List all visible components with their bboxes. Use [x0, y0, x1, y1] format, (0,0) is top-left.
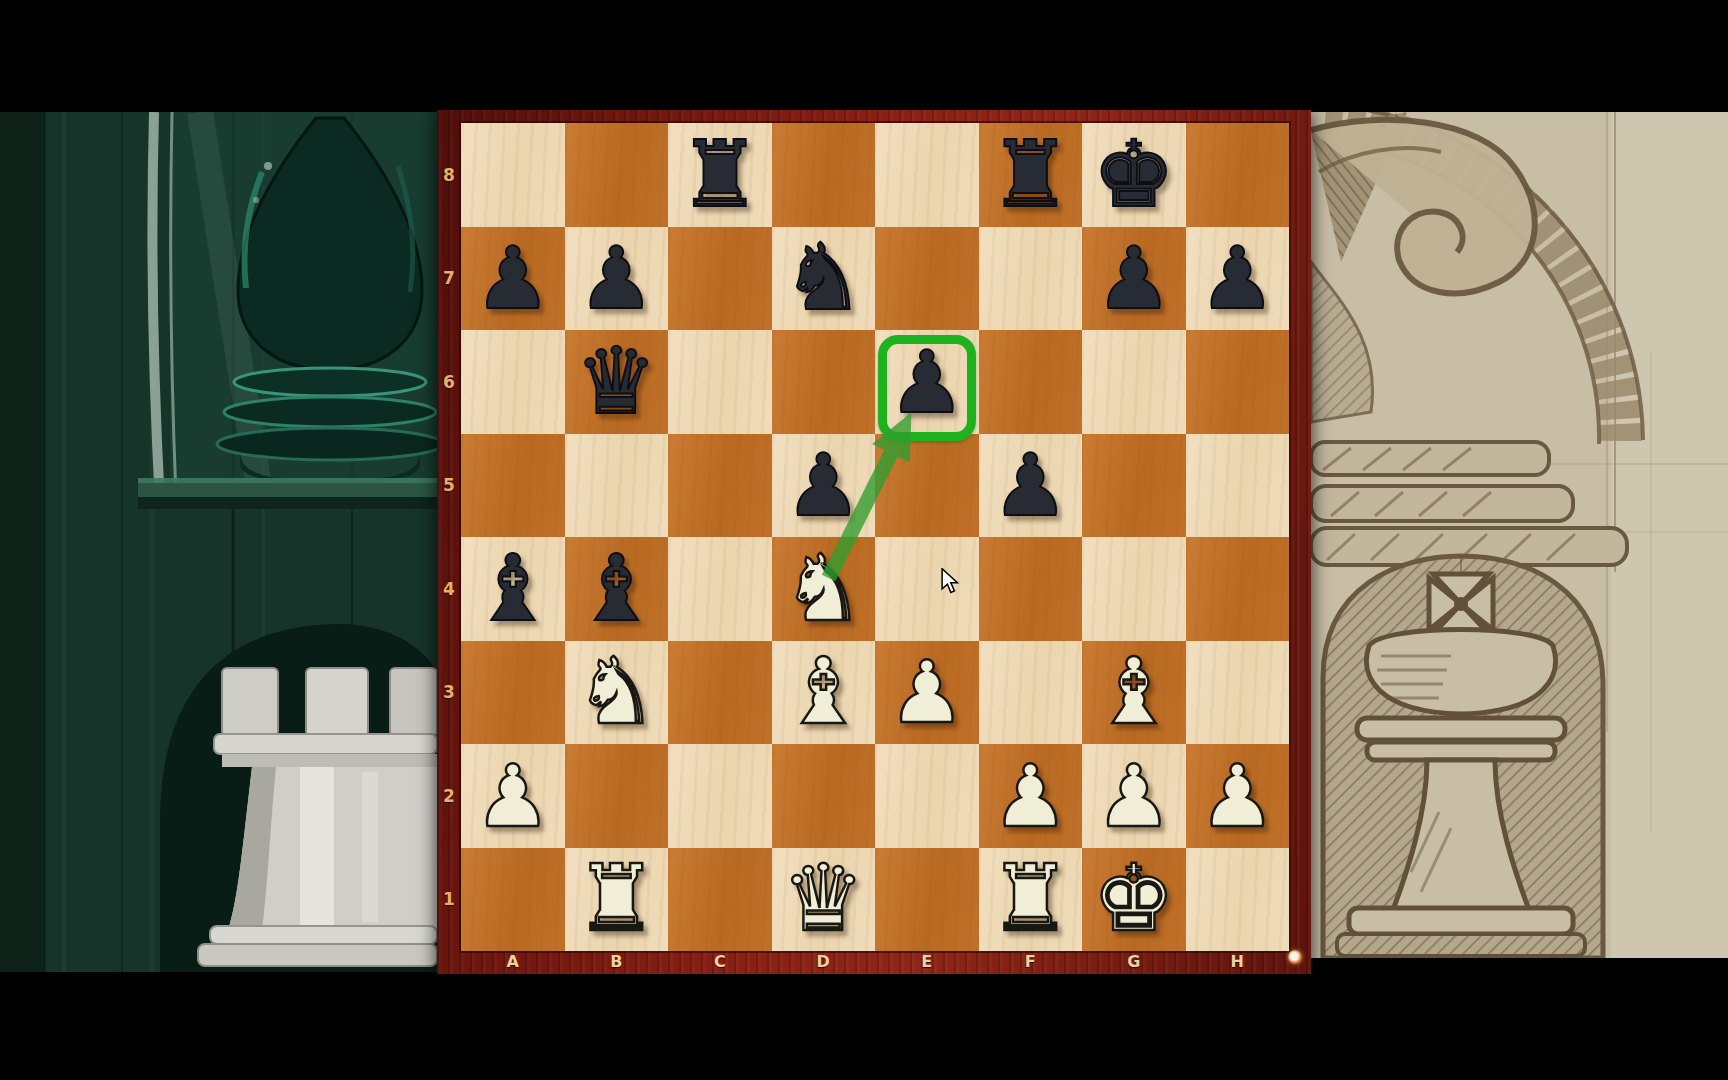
square-a1[interactable] — [461, 848, 565, 952]
white-pawn-f2[interactable]: ♟ — [979, 744, 1083, 848]
black-knight-d7[interactable]: ♞ — [772, 227, 876, 331]
square-e1[interactable] — [875, 848, 979, 952]
file-label-g: G — [1082, 952, 1186, 974]
black-pawn-g7[interactable]: ♟ — [1082, 227, 1186, 331]
left-background-art — [0, 112, 437, 972]
square-c8[interactable]: ♜ — [668, 123, 772, 227]
white-pawn-a2[interactable]: ♟ — [461, 744, 565, 848]
square-b4[interactable]: ♝ — [565, 537, 669, 641]
square-g8[interactable]: ♚ — [1082, 123, 1186, 227]
square-f3[interactable] — [979, 641, 1083, 745]
square-e7[interactable] — [875, 227, 979, 331]
squares-grid: ♜♜♚♟♟♞♟♟♛♟♟♟♝♝♞♞♝♟♝♟♟♟♟♜♛♜♚ — [461, 123, 1289, 951]
square-d7[interactable]: ♞ — [772, 227, 876, 331]
square-a6[interactable] — [461, 330, 565, 434]
rank-label-5: 5 — [437, 475, 461, 495]
square-c3[interactable] — [668, 641, 772, 745]
square-b1[interactable]: ♜ — [565, 848, 669, 952]
square-g2[interactable]: ♟ — [1082, 744, 1186, 848]
file-label-f: F — [979, 952, 1083, 974]
white-rook-f1[interactable]: ♜ — [979, 848, 1083, 952]
square-b5[interactable] — [565, 434, 669, 538]
square-h8[interactable] — [1186, 123, 1290, 227]
file-label-d: D — [772, 952, 876, 974]
square-g5[interactable] — [1082, 434, 1186, 538]
square-d3[interactable]: ♝ — [772, 641, 876, 745]
green-wall-art — [0, 112, 437, 972]
white-king-g1[interactable]: ♚ — [1082, 848, 1186, 952]
white-pawn-h2[interactable]: ♟ — [1186, 744, 1290, 848]
square-a8[interactable] — [461, 123, 565, 227]
file-label-h: H — [1186, 952, 1290, 974]
square-a5[interactable] — [461, 434, 565, 538]
file-label-a: A — [461, 952, 565, 974]
square-h7[interactable]: ♟ — [1186, 227, 1290, 331]
rank-label-4: 4 — [437, 579, 461, 599]
square-d1[interactable]: ♛ — [772, 848, 876, 952]
square-d6[interactable] — [772, 330, 876, 434]
black-rook-f8[interactable]: ♜ — [979, 123, 1083, 227]
black-pawn-a7[interactable]: ♟ — [461, 227, 565, 331]
square-g4[interactable] — [1082, 537, 1186, 641]
square-c7[interactable] — [668, 227, 772, 331]
rank-label-3: 3 — [437, 682, 461, 702]
square-d5[interactable]: ♟ — [772, 434, 876, 538]
square-b2[interactable] — [565, 744, 669, 848]
square-f8[interactable]: ♜ — [979, 123, 1083, 227]
square-c6[interactable] — [668, 330, 772, 434]
square-a3[interactable] — [461, 641, 565, 745]
white-pawn-e3[interactable]: ♟ — [875, 641, 979, 745]
screenshot-stage: ♜♜♚♟♟♞♟♟♛♟♟♟♝♝♞♞♝♟♝♟♟♟♟♜♛♜♚ 87654321 ABC… — [0, 0, 1728, 1080]
square-g3[interactable]: ♝ — [1082, 641, 1186, 745]
rank-label-2: 2 — [437, 786, 461, 806]
square-b3[interactable]: ♞ — [565, 641, 669, 745]
file-label-e: E — [875, 952, 979, 974]
file-label-c: C — [668, 952, 772, 974]
square-e2[interactable] — [875, 744, 979, 848]
rank-label-7: 7 — [437, 268, 461, 288]
white-knight-d4[interactable]: ♞ — [772, 537, 876, 641]
square-e5[interactable] — [875, 434, 979, 538]
black-pawn-h7[interactable]: ♟ — [1186, 227, 1290, 331]
square-c4[interactable] — [668, 537, 772, 641]
right-background-art — [1311, 112, 1728, 958]
black-pawn-e6[interactable]: ♟ — [875, 330, 979, 434]
square-b8[interactable] — [565, 123, 669, 227]
square-f2[interactable]: ♟ — [979, 744, 1083, 848]
black-bishop-a4[interactable]: ♝ — [461, 537, 565, 641]
rank-label-1: 1 — [437, 889, 461, 909]
bishop-sketch — [1323, 556, 1603, 958]
white-pawn-g2[interactable]: ♟ — [1082, 744, 1186, 848]
square-f1[interactable]: ♜ — [979, 848, 1083, 952]
board-corner-dot — [1288, 950, 1302, 964]
square-g1[interactable]: ♚ — [1082, 848, 1186, 952]
black-rook-c8[interactable]: ♜ — [668, 123, 772, 227]
black-king-g8[interactable]: ♚ — [1082, 123, 1186, 227]
square-f7[interactable] — [979, 227, 1083, 331]
square-a7[interactable]: ♟ — [461, 227, 565, 331]
square-g6[interactable] — [1082, 330, 1186, 434]
square-e8[interactable] — [875, 123, 979, 227]
white-rook-b1[interactable]: ♜ — [565, 848, 669, 952]
square-h4[interactable] — [1186, 537, 1290, 641]
square-b6[interactable]: ♛ — [565, 330, 669, 434]
square-c2[interactable] — [668, 744, 772, 848]
square-h5[interactable] — [1186, 434, 1290, 538]
black-pawn-b7[interactable]: ♟ — [565, 227, 669, 331]
file-label-b: B — [565, 952, 669, 974]
square-c5[interactable] — [668, 434, 772, 538]
square-f4[interactable] — [979, 537, 1083, 641]
square-f6[interactable] — [979, 330, 1083, 434]
square-e6[interactable]: ♟ — [875, 330, 979, 434]
square-b7[interactable]: ♟ — [565, 227, 669, 331]
black-pawn-f5[interactable]: ♟ — [979, 434, 1083, 538]
black-pawn-d5[interactable]: ♟ — [772, 434, 876, 538]
square-f5[interactable]: ♟ — [979, 434, 1083, 538]
square-d8[interactable] — [772, 123, 876, 227]
white-bishop-g3[interactable]: ♝ — [1082, 641, 1186, 745]
square-h1[interactable] — [1186, 848, 1290, 952]
square-h3[interactable] — [1186, 641, 1290, 745]
square-e3[interactable]: ♟ — [875, 641, 979, 745]
square-c1[interactable] — [668, 848, 772, 952]
square-d4[interactable]: ♞ — [772, 537, 876, 641]
square-a4[interactable]: ♝ — [461, 537, 565, 641]
rank-label-6: 6 — [437, 372, 461, 392]
square-h2[interactable]: ♟ — [1186, 744, 1290, 848]
square-e4[interactable] — [875, 537, 979, 641]
white-queen-d1[interactable]: ♛ — [772, 848, 876, 952]
chessboard: ♜♜♚♟♟♞♟♟♛♟♟♟♝♝♞♞♝♟♝♟♟♟♟♜♛♜♚ 87654321 ABC… — [437, 110, 1311, 974]
square-h6[interactable] — [1186, 330, 1290, 434]
square-g7[interactable]: ♟ — [1082, 227, 1186, 331]
square-a2[interactable]: ♟ — [461, 744, 565, 848]
white-knight-b3[interactable]: ♞ — [565, 641, 669, 745]
white-bishop-d3[interactable]: ♝ — [772, 641, 876, 745]
rank-label-8: 8 — [437, 165, 461, 185]
square-d2[interactable] — [772, 744, 876, 848]
sketch-paper-art — [1311, 112, 1728, 958]
black-bishop-b4[interactable]: ♝ — [565, 537, 669, 641]
black-queen-b6[interactable]: ♛ — [565, 330, 669, 434]
